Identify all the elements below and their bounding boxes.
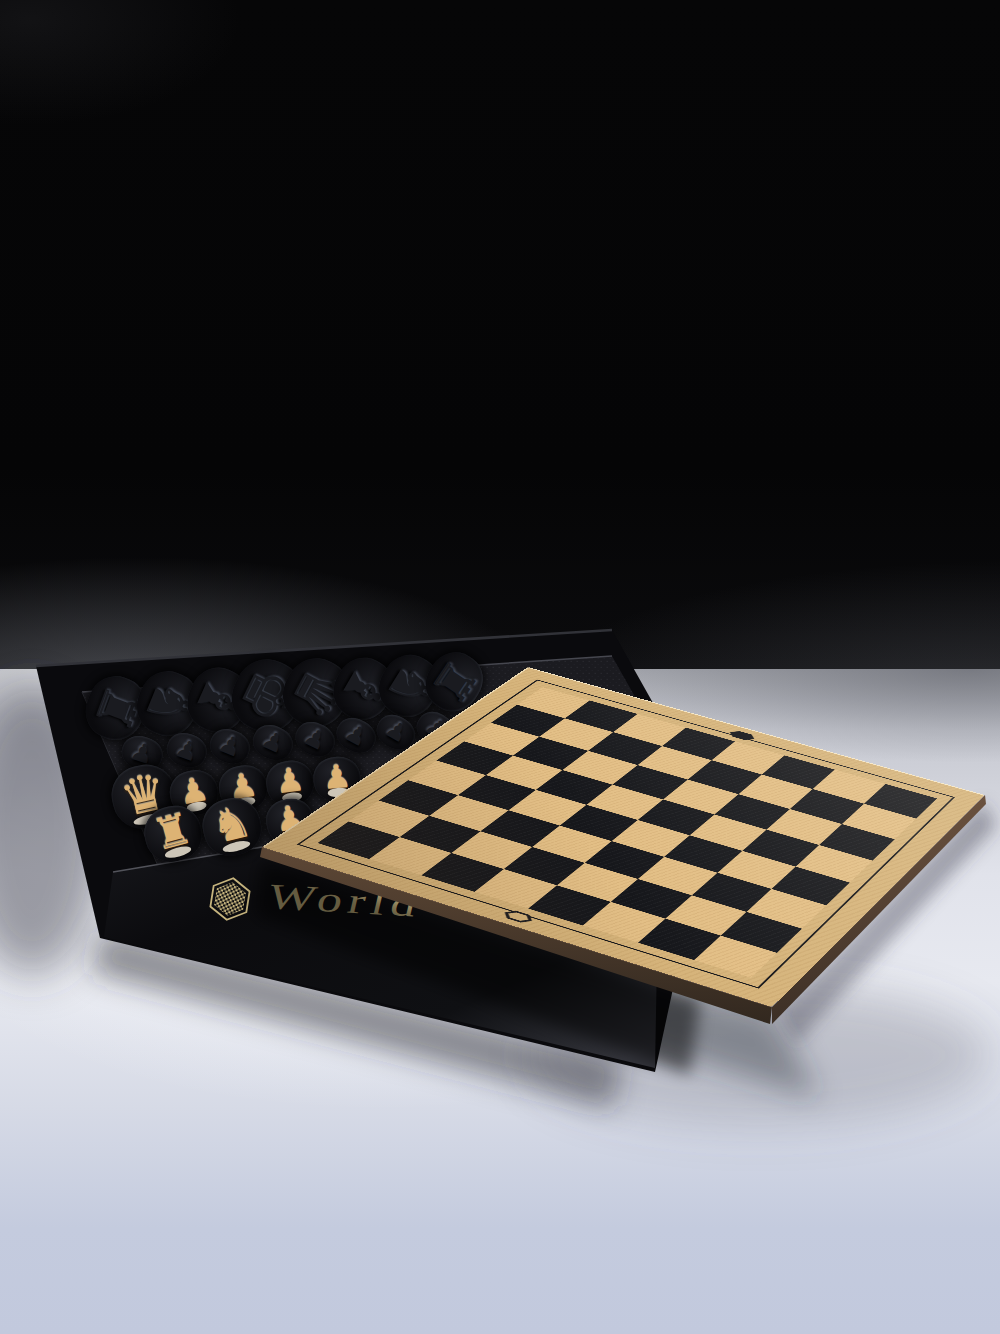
scene-graphics: World xyxy=(0,0,1000,1334)
scene: World ♜♞♝♚♛♝♞♜♟♟♟♟♟♟♟♟♛♟♟♟♟♜♞♟ xyxy=(0,0,1000,1334)
